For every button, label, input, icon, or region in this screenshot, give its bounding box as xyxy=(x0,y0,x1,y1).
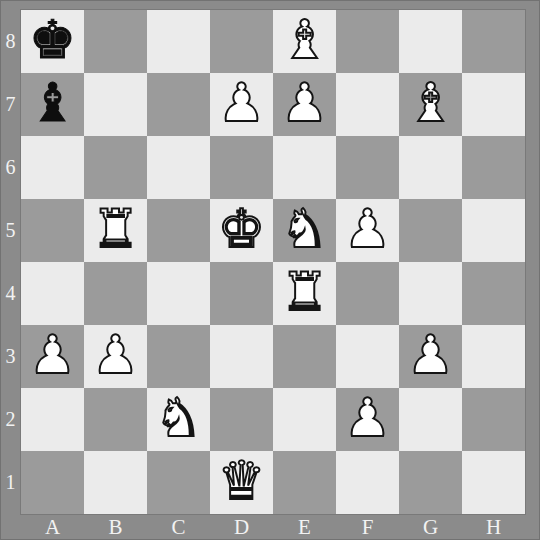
white-pawn-d7[interactable]: ♟ xyxy=(218,71,266,134)
square-c4[interactable] xyxy=(147,262,210,325)
white-pawn-g3[interactable]: ♟ xyxy=(407,323,455,386)
square-d7[interactable]: ♟ xyxy=(210,73,273,136)
square-d4[interactable] xyxy=(210,262,273,325)
square-b8[interactable] xyxy=(84,10,147,73)
square-h4[interactable] xyxy=(462,262,525,325)
rank-label-8: 8 xyxy=(0,10,21,73)
square-e8[interactable]: ♝ xyxy=(273,10,336,73)
square-c1[interactable] xyxy=(147,451,210,514)
square-f6[interactable] xyxy=(336,136,399,199)
white-bishop-g7[interactable]: ♝ xyxy=(407,71,455,134)
square-d1[interactable]: ♛ xyxy=(210,451,273,514)
square-g8[interactable] xyxy=(399,10,462,73)
square-d5[interactable]: ♚ xyxy=(210,199,273,262)
black-bishop-a7[interactable]: ♝ xyxy=(29,71,77,134)
white-queen-d1[interactable]: ♛ xyxy=(218,449,266,512)
square-c5[interactable] xyxy=(147,199,210,262)
white-king-d5[interactable]: ♚ xyxy=(218,197,266,260)
square-a6[interactable] xyxy=(21,136,84,199)
square-f5[interactable]: ♟ xyxy=(336,199,399,262)
rank-labels: 87654321 xyxy=(0,10,21,514)
rank-label-1: 1 xyxy=(0,451,21,514)
square-g2[interactable] xyxy=(399,388,462,451)
square-h6[interactable] xyxy=(462,136,525,199)
square-g3[interactable]: ♟ xyxy=(399,325,462,388)
square-a4[interactable] xyxy=(21,262,84,325)
file-labels: ABCDEFGH xyxy=(21,514,525,540)
square-e3[interactable] xyxy=(273,325,336,388)
square-g4[interactable] xyxy=(399,262,462,325)
square-e6[interactable] xyxy=(273,136,336,199)
square-c8[interactable] xyxy=(147,10,210,73)
square-f4[interactable] xyxy=(336,262,399,325)
file-label-b: B xyxy=(84,514,147,540)
square-a5[interactable] xyxy=(21,199,84,262)
square-h7[interactable] xyxy=(462,73,525,136)
white-pawn-b3[interactable]: ♟ xyxy=(92,323,140,386)
chess-diagram: 87654321 ♚♝♝♟♟♝♜♚♞♟♜♟♟♟♞♟♛ ABCDEFGH xyxy=(0,0,540,540)
square-e2[interactable] xyxy=(273,388,336,451)
square-b3[interactable]: ♟ xyxy=(84,325,147,388)
file-label-h: H xyxy=(462,514,525,540)
square-g7[interactable]: ♝ xyxy=(399,73,462,136)
rank-label-5: 5 xyxy=(0,199,21,262)
square-c6[interactable] xyxy=(147,136,210,199)
square-d6[interactable] xyxy=(210,136,273,199)
square-a8[interactable]: ♚ xyxy=(21,10,84,73)
white-rook-b5[interactable]: ♜ xyxy=(92,197,140,260)
square-e5[interactable]: ♞ xyxy=(273,199,336,262)
file-label-c: C xyxy=(147,514,210,540)
square-b5[interactable]: ♜ xyxy=(84,199,147,262)
square-b6[interactable] xyxy=(84,136,147,199)
white-pawn-e7[interactable]: ♟ xyxy=(281,71,329,134)
chess-board: ♚♝♝♟♟♝♜♚♞♟♜♟♟♟♞♟♛ xyxy=(21,10,525,514)
white-knight-c2[interactable]: ♞ xyxy=(155,386,203,449)
square-b2[interactable] xyxy=(84,388,147,451)
square-g5[interactable] xyxy=(399,199,462,262)
square-c3[interactable] xyxy=(147,325,210,388)
rank-label-4: 4 xyxy=(0,262,21,325)
square-h8[interactable] xyxy=(462,10,525,73)
white-bishop-e8[interactable]: ♝ xyxy=(281,8,329,71)
square-h5[interactable] xyxy=(462,199,525,262)
square-a2[interactable] xyxy=(21,388,84,451)
square-h2[interactable] xyxy=(462,388,525,451)
white-pawn-a3[interactable]: ♟ xyxy=(29,323,77,386)
square-e7[interactable]: ♟ xyxy=(273,73,336,136)
black-king-a8[interactable]: ♚ xyxy=(29,8,77,71)
file-label-f: F xyxy=(336,514,399,540)
square-b7[interactable] xyxy=(84,73,147,136)
square-f7[interactable] xyxy=(336,73,399,136)
rank-label-7: 7 xyxy=(0,73,21,136)
square-a1[interactable] xyxy=(21,451,84,514)
square-f8[interactable] xyxy=(336,10,399,73)
square-h3[interactable] xyxy=(462,325,525,388)
square-e4[interactable]: ♜ xyxy=(273,262,336,325)
square-d8[interactable] xyxy=(210,10,273,73)
file-label-a: A xyxy=(21,514,84,540)
square-f3[interactable] xyxy=(336,325,399,388)
file-label-d: D xyxy=(210,514,273,540)
square-b1[interactable] xyxy=(84,451,147,514)
white-pawn-f5[interactable]: ♟ xyxy=(344,197,392,260)
white-knight-e5[interactable]: ♞ xyxy=(281,197,329,260)
square-f1[interactable] xyxy=(336,451,399,514)
square-d3[interactable] xyxy=(210,325,273,388)
file-label-e: E xyxy=(273,514,336,540)
file-label-g: G xyxy=(399,514,462,540)
square-g1[interactable] xyxy=(399,451,462,514)
square-f2[interactable]: ♟ xyxy=(336,388,399,451)
rank-label-3: 3 xyxy=(0,325,21,388)
rank-label-2: 2 xyxy=(0,388,21,451)
square-c7[interactable] xyxy=(147,73,210,136)
square-g6[interactable] xyxy=(399,136,462,199)
square-d2[interactable] xyxy=(210,388,273,451)
square-a7[interactable]: ♝ xyxy=(21,73,84,136)
white-pawn-f2[interactable]: ♟ xyxy=(344,386,392,449)
square-b4[interactable] xyxy=(84,262,147,325)
square-c2[interactable]: ♞ xyxy=(147,388,210,451)
square-e1[interactable] xyxy=(273,451,336,514)
white-rook-e4[interactable]: ♜ xyxy=(281,260,329,323)
square-h1[interactable] xyxy=(462,451,525,514)
rank-label-6: 6 xyxy=(0,136,21,199)
square-a3[interactable]: ♟ xyxy=(21,325,84,388)
